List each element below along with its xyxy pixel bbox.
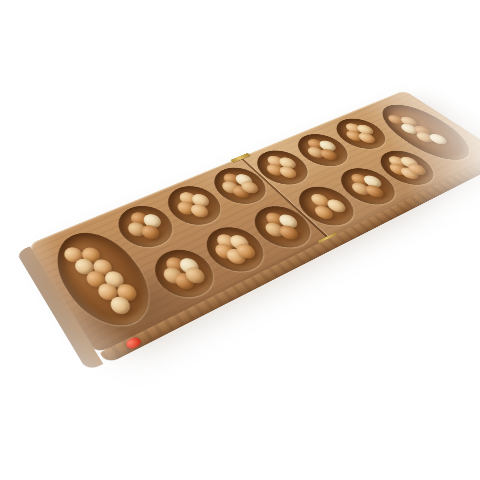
seed-ball (426, 132, 449, 146)
seed-ball (355, 131, 378, 145)
mancala-board (28, 90, 480, 354)
photo-stage (0, 0, 480, 480)
seed-ball (317, 147, 340, 161)
pit-grid (33, 92, 480, 351)
seed-ball (276, 164, 299, 179)
red-latch (124, 336, 143, 351)
seed-ball (362, 183, 387, 199)
board-top-surface (28, 90, 480, 354)
